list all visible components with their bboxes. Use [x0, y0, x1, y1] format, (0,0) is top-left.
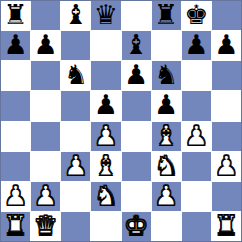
square-d2[interactable]: ♞ — [91, 182, 120, 211]
piece-black-pawn[interactable]: ♟ — [184, 31, 208, 58]
square-e6[interactable]: ♟ — [122, 61, 151, 90]
square-a3[interactable] — [1, 152, 30, 181]
square-a7[interactable]: ♟ — [1, 31, 30, 60]
piece-black-knight[interactable]: ♞ — [154, 61, 178, 88]
square-c7[interactable] — [61, 31, 90, 60]
square-b1[interactable]: ♛ — [31, 212, 60, 241]
square-g8[interactable]: ♚ — [182, 1, 211, 30]
piece-white-knight[interactable]: ♞ — [94, 182, 118, 209]
square-b3[interactable] — [31, 152, 60, 181]
square-c4[interactable] — [61, 122, 90, 151]
piece-white-bishop[interactable]: ♝ — [94, 152, 118, 179]
square-d6[interactable] — [91, 61, 120, 90]
square-f2[interactable]: ♟ — [152, 182, 181, 211]
piece-white-pawn[interactable]: ♟ — [154, 182, 178, 209]
square-g2[interactable] — [182, 182, 211, 211]
piece-black-pawn[interactable]: ♟ — [154, 91, 178, 118]
piece-white-pawn[interactable]: ♟ — [34, 182, 58, 209]
square-b5[interactable] — [31, 91, 60, 120]
square-c3[interactable]: ♟ — [61, 152, 90, 181]
square-f4[interactable]: ♝ — [152, 122, 181, 151]
piece-black-queen[interactable]: ♛ — [94, 1, 118, 28]
square-h2[interactable] — [212, 182, 241, 211]
piece-black-pawn[interactable]: ♟ — [94, 91, 118, 118]
square-f6[interactable]: ♞ — [152, 61, 181, 90]
square-a1[interactable]: ♜ — [1, 212, 30, 241]
piece-white-king[interactable]: ♚ — [124, 212, 148, 239]
square-g7[interactable]: ♟ — [182, 31, 211, 60]
square-d4[interactable]: ♟ — [91, 122, 120, 151]
square-b7[interactable]: ♟ — [31, 31, 60, 60]
square-e7[interactable]: ♝ — [122, 31, 151, 60]
square-c5[interactable] — [61, 91, 90, 120]
piece-black-pawn[interactable]: ♟ — [3, 31, 27, 58]
square-b6[interactable] — [31, 61, 60, 90]
chess-board: ♜♝♛♜♚♟♟♝♟♟♞♟♞♟♟♟♝♟♟♝♞♟♟♟♞♟♜♛♚♜ — [0, 0, 242, 242]
piece-black-rook[interactable]: ♜ — [154, 1, 178, 28]
square-h7[interactable]: ♟ — [212, 31, 241, 60]
piece-black-king[interactable]: ♚ — [184, 1, 208, 28]
square-e3[interactable] — [122, 152, 151, 181]
square-d7[interactable] — [91, 31, 120, 60]
piece-white-queen[interactable]: ♛ — [34, 212, 58, 239]
square-f7[interactable] — [152, 31, 181, 60]
piece-black-pawn[interactable]: ♟ — [34, 31, 58, 58]
square-g4[interactable]: ♟ — [182, 122, 211, 151]
square-h5[interactable] — [212, 91, 241, 120]
square-e5[interactable] — [122, 91, 151, 120]
square-h3[interactable]: ♟ — [212, 152, 241, 181]
square-b8[interactable] — [31, 1, 60, 30]
square-h4[interactable] — [212, 122, 241, 151]
square-c8[interactable]: ♝ — [61, 1, 90, 30]
piece-black-pawn[interactable]: ♟ — [124, 61, 148, 88]
square-f5[interactable]: ♟ — [152, 91, 181, 120]
piece-black-knight[interactable]: ♞ — [64, 61, 88, 88]
square-h8[interactable] — [212, 1, 241, 30]
square-f1[interactable] — [152, 212, 181, 241]
square-a4[interactable] — [1, 122, 30, 151]
square-c2[interactable] — [61, 182, 90, 211]
square-g1[interactable] — [182, 212, 211, 241]
square-b4[interactable] — [31, 122, 60, 151]
square-c1[interactable] — [61, 212, 90, 241]
square-g5[interactable] — [182, 91, 211, 120]
square-a8[interactable]: ♜ — [1, 1, 30, 30]
square-e1[interactable]: ♚ — [122, 212, 151, 241]
piece-white-rook[interactable]: ♜ — [214, 212, 238, 239]
square-h1[interactable]: ♜ — [212, 212, 241, 241]
square-e8[interactable] — [122, 1, 151, 30]
piece-white-pawn[interactable]: ♟ — [214, 152, 238, 179]
square-d8[interactable]: ♛ — [91, 1, 120, 30]
piece-white-knight[interactable]: ♞ — [154, 152, 178, 179]
square-a5[interactable] — [1, 91, 30, 120]
piece-white-pawn[interactable]: ♟ — [3, 182, 27, 209]
square-h6[interactable] — [212, 61, 241, 90]
piece-black-bishop[interactable]: ♝ — [124, 31, 148, 58]
square-e4[interactable] — [122, 122, 151, 151]
piece-white-pawn[interactable]: ♟ — [64, 152, 88, 179]
piece-black-rook[interactable]: ♜ — [3, 1, 27, 28]
square-c6[interactable]: ♞ — [61, 61, 90, 90]
square-f3[interactable]: ♞ — [152, 152, 181, 181]
piece-white-pawn[interactable]: ♟ — [94, 122, 118, 149]
square-d1[interactable] — [91, 212, 120, 241]
piece-white-rook[interactable]: ♜ — [3, 212, 27, 239]
square-b2[interactable]: ♟ — [31, 182, 60, 211]
square-g3[interactable] — [182, 152, 211, 181]
piece-black-pawn[interactable]: ♟ — [214, 31, 238, 58]
piece-white-bishop[interactable]: ♝ — [154, 122, 178, 149]
square-a6[interactable] — [1, 61, 30, 90]
piece-white-pawn[interactable]: ♟ — [184, 122, 208, 149]
piece-black-bishop[interactable]: ♝ — [64, 1, 88, 28]
square-f8[interactable]: ♜ — [152, 1, 181, 30]
square-d5[interactable]: ♟ — [91, 91, 120, 120]
square-e2[interactable] — [122, 182, 151, 211]
square-a2[interactable]: ♟ — [1, 182, 30, 211]
square-d3[interactable]: ♝ — [91, 152, 120, 181]
square-g6[interactable] — [182, 61, 211, 90]
